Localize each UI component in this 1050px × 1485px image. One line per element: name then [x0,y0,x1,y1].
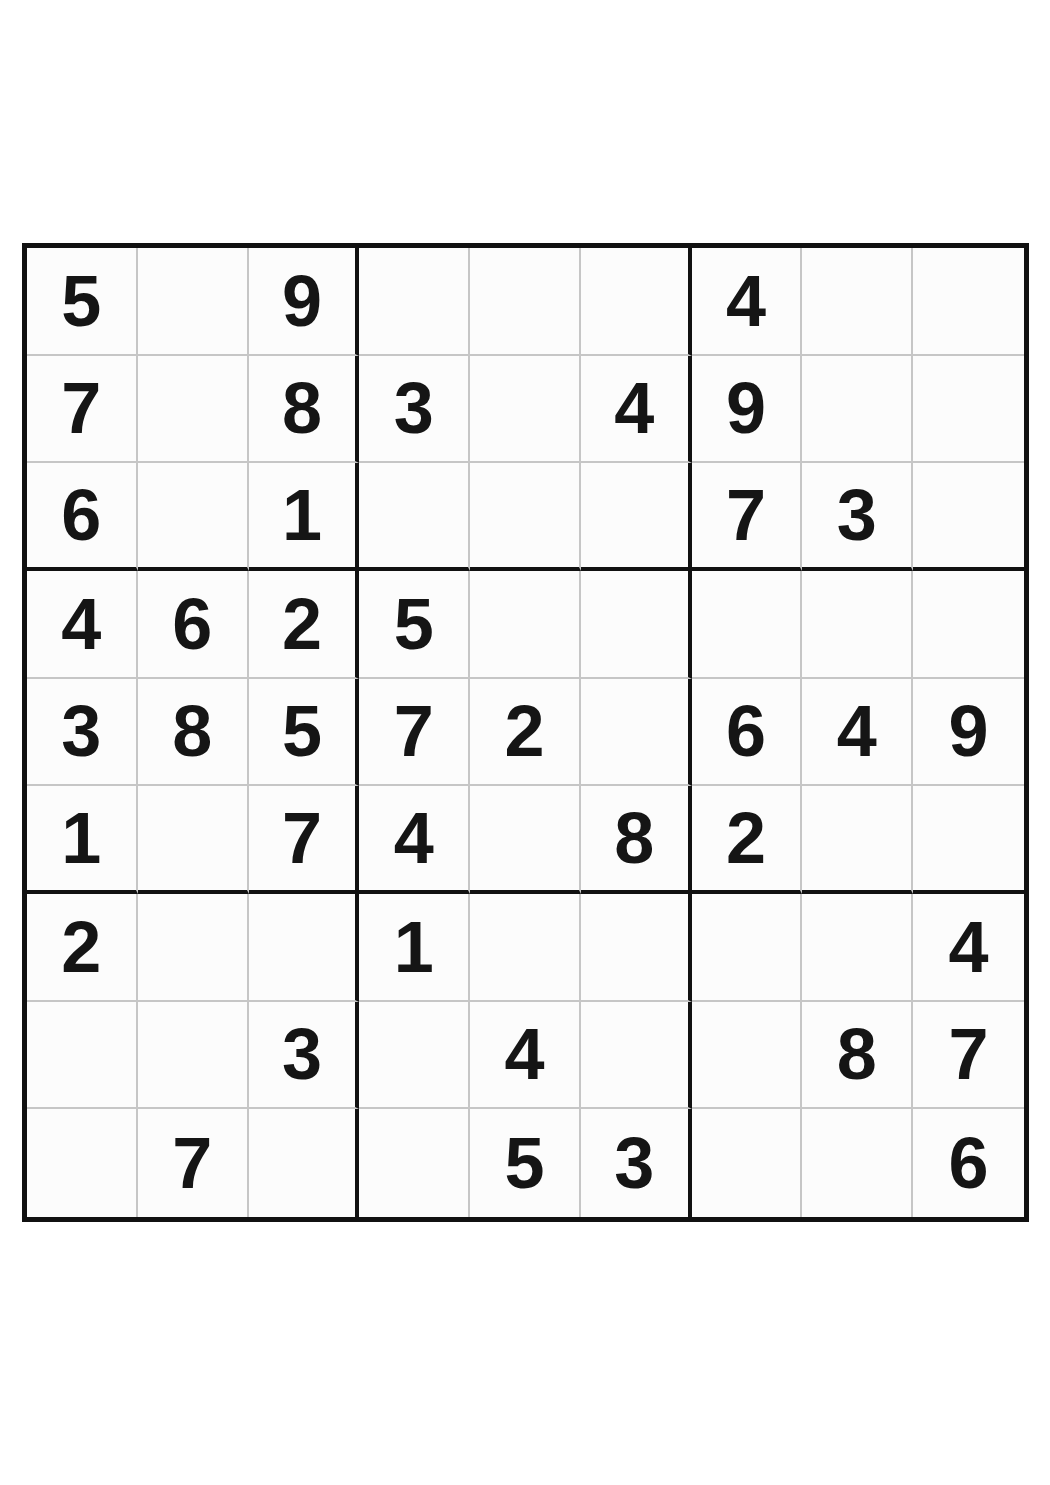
given-digit: 2 [504,695,544,767]
given-digit: 1 [282,479,322,551]
cell-r2c8[interactable] [802,356,913,464]
cell-r4c3: 2 [249,571,360,679]
cell-r8c5: 4 [470,1002,581,1110]
cell-r6c7: 2 [692,786,803,894]
given-digit: 4 [726,265,766,337]
cell-r3c2[interactable] [138,463,249,571]
given-digit: 5 [394,588,434,660]
given-digit: 3 [837,479,877,551]
cell-r6c3: 7 [249,786,360,894]
given-digit: 5 [504,1127,544,1199]
cell-r1c9[interactable] [913,248,1024,356]
cell-r4c4: 5 [359,571,470,679]
cell-r7c9: 4 [913,894,1024,1002]
cell-r5c4: 7 [359,679,470,787]
cell-r2c6: 4 [581,356,692,464]
given-digit: 9 [726,372,766,444]
cell-r9c2: 7 [138,1109,249,1217]
given-digit: 6 [61,479,101,551]
cell-r7c2[interactable] [138,894,249,1002]
cell-r9c8[interactable] [802,1109,913,1217]
given-digit: 4 [837,695,877,767]
sudoku-board: 5947834961734625385726491748221434877536 [22,243,1029,1222]
cell-r9c9: 6 [913,1109,1024,1217]
cell-r6c4: 4 [359,786,470,894]
cell-r1c6[interactable] [581,248,692,356]
cell-r1c1: 5 [27,248,138,356]
given-digit: 2 [61,911,101,983]
cell-r1c5[interactable] [470,248,581,356]
cell-r3c4[interactable] [359,463,470,571]
cell-r2c9[interactable] [913,356,1024,464]
cell-r5c5: 2 [470,679,581,787]
cell-r4c5[interactable] [470,571,581,679]
given-digit: 7 [726,479,766,551]
given-digit: 3 [61,695,101,767]
cell-r4c2: 6 [138,571,249,679]
cell-r3c5[interactable] [470,463,581,571]
cell-r1c7: 4 [692,248,803,356]
given-digit: 1 [61,802,101,874]
cell-r6c6: 8 [581,786,692,894]
given-digit: 9 [282,265,322,337]
cell-r8c4[interactable] [359,1002,470,1110]
cell-r6c5[interactable] [470,786,581,894]
given-digit: 2 [282,588,322,660]
cell-r3c6[interactable] [581,463,692,571]
cell-r8c6[interactable] [581,1002,692,1110]
cell-r8c1[interactable] [27,1002,138,1110]
cell-r5c8: 4 [802,679,913,787]
cell-r8c8: 8 [802,1002,913,1110]
page: 5947834961734625385726491748221434877536 [0,0,1050,1485]
cell-r4c6[interactable] [581,571,692,679]
cell-r5c1: 3 [27,679,138,787]
cell-r3c1: 6 [27,463,138,571]
cell-r4c7[interactable] [692,571,803,679]
given-digit: 4 [394,802,434,874]
cell-r8c9: 7 [913,1002,1024,1110]
cell-r9c3[interactable] [249,1109,360,1217]
cell-r5c9: 9 [913,679,1024,787]
cell-r2c4: 3 [359,356,470,464]
cell-r1c4[interactable] [359,248,470,356]
given-digit: 7 [949,1018,989,1090]
given-digit: 4 [949,911,989,983]
cell-r7c7[interactable] [692,894,803,1002]
cell-r6c9[interactable] [913,786,1024,894]
given-digit: 6 [172,588,212,660]
cell-r2c5[interactable] [470,356,581,464]
given-digit: 8 [837,1018,877,1090]
cell-r5c7: 6 [692,679,803,787]
cell-r9c7[interactable] [692,1109,803,1217]
given-digit: 6 [949,1127,989,1199]
given-digit: 7 [394,695,434,767]
cell-r3c7: 7 [692,463,803,571]
given-digit: 7 [61,372,101,444]
cell-r3c8: 3 [802,463,913,571]
given-digit: 4 [61,588,101,660]
given-digit: 3 [282,1018,322,1090]
given-digit: 8 [614,802,654,874]
cell-r5c2: 8 [138,679,249,787]
given-digit: 5 [282,695,322,767]
cell-r1c3: 9 [249,248,360,356]
cell-r9c6: 3 [581,1109,692,1217]
cell-r8c2[interactable] [138,1002,249,1110]
cell-r7c3[interactable] [249,894,360,1002]
given-digit: 7 [172,1127,212,1199]
given-digit: 5 [61,265,101,337]
given-digit: 4 [614,372,654,444]
given-digit: 8 [172,695,212,767]
given-digit: 3 [614,1127,654,1199]
cell-r6c2[interactable] [138,786,249,894]
cell-r3c3: 1 [249,463,360,571]
cell-r2c3: 8 [249,356,360,464]
cell-r9c1[interactable] [27,1109,138,1217]
cell-r1c2[interactable] [138,248,249,356]
cell-r5c6[interactable] [581,679,692,787]
cell-r7c1: 2 [27,894,138,1002]
given-digit: 3 [394,372,434,444]
cell-r7c4: 1 [359,894,470,1002]
cell-r7c8[interactable] [802,894,913,1002]
cell-r5c3: 5 [249,679,360,787]
given-digit: 4 [504,1018,544,1090]
cell-r9c4[interactable] [359,1109,470,1217]
cell-r3c9[interactable] [913,463,1024,571]
given-digit: 6 [726,695,766,767]
cell-r7c6[interactable] [581,894,692,1002]
cell-r1c8[interactable] [802,248,913,356]
cell-r4c8[interactable] [802,571,913,679]
given-digit: 9 [949,695,989,767]
cell-r8c7[interactable] [692,1002,803,1110]
cell-r6c8[interactable] [802,786,913,894]
cell-r2c1: 7 [27,356,138,464]
cell-r8c3: 3 [249,1002,360,1110]
cell-r4c1: 4 [27,571,138,679]
cell-r6c1: 1 [27,786,138,894]
cell-r9c5: 5 [470,1109,581,1217]
cell-r7c5[interactable] [470,894,581,1002]
cell-r2c2[interactable] [138,356,249,464]
cell-r2c7: 9 [692,356,803,464]
given-digit: 8 [282,372,322,444]
given-digit: 2 [726,802,766,874]
cell-r4c9[interactable] [913,571,1024,679]
given-digit: 7 [282,802,322,874]
given-digit: 1 [394,911,434,983]
